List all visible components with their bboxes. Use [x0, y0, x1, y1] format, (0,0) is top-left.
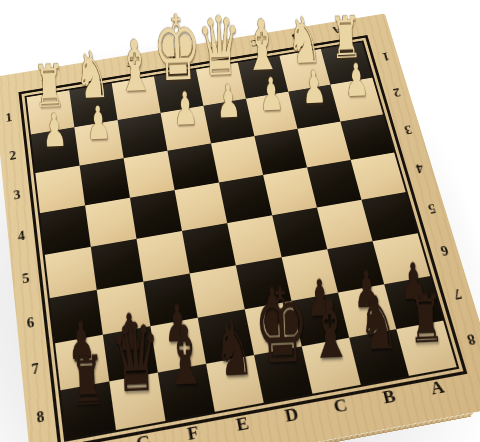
board-tilt-plane: HGFEDCBAHGFEDCBA1234567812345678 ♜♞♝♚♛♝♞…	[0, 13, 480, 442]
product-photo: HGFEDCBAHGFEDCBA1234567812345678 ♜♞♝♚♛♝♞…	[0, 0, 480, 442]
piece-glyph: ♜	[55, 345, 118, 415]
camera-roll-wrapper: HGFEDCBAHGFEDCBA1234567812345678 ♜♞♝♚♛♝♞…	[0, 0, 480, 442]
perspective-scene: HGFEDCBAHGFEDCBA1234567812345678 ♜♞♝♚♛♝♞…	[0, 0, 480, 442]
